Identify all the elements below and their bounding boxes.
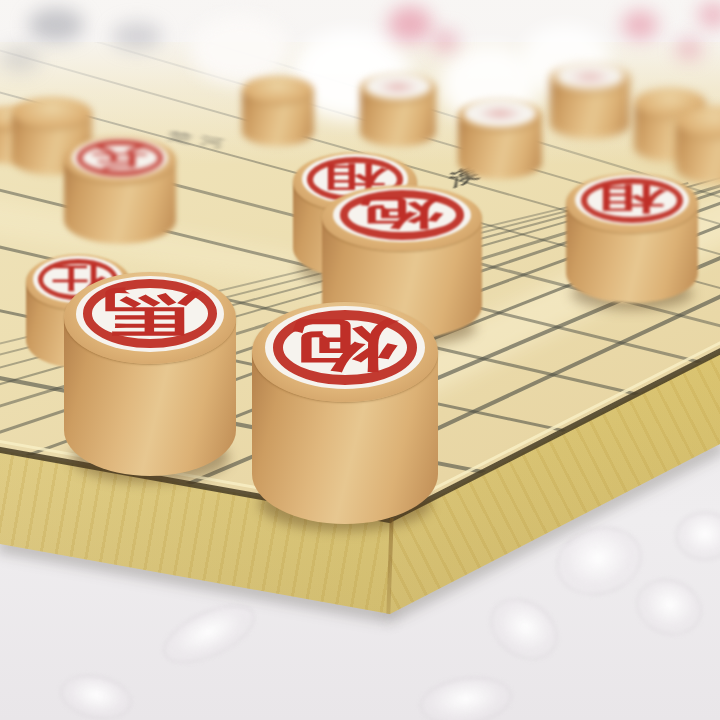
piece-label: 炮 bbox=[265, 306, 425, 389]
piece-top: 馬 bbox=[64, 272, 236, 364]
flower-pink bbox=[388, 6, 432, 42]
flower-pink bbox=[622, 10, 658, 40]
xiangqi-piece-far[interactable] bbox=[458, 99, 542, 179]
piece-top: 相 bbox=[566, 173, 698, 233]
piece-character: 兵 bbox=[92, 145, 148, 169]
piece-top bbox=[360, 73, 436, 103]
piece-top: 炮 bbox=[252, 302, 438, 402]
xiangqi-piece-far[interactable] bbox=[242, 76, 314, 146]
piece-top: 炮 bbox=[322, 185, 482, 251]
flower-emboss bbox=[676, 512, 720, 560]
cloth-pattern-gray bbox=[28, 8, 84, 42]
flower-pink bbox=[698, 2, 720, 28]
blurred-character bbox=[477, 105, 523, 122]
piece-top bbox=[12, 97, 92, 129]
xiangqi-piece-cannon-front[interactable]: 炮 bbox=[252, 302, 438, 524]
piece-label bbox=[556, 64, 625, 89]
piece-label bbox=[365, 74, 430, 99]
piece-character: 馬 bbox=[102, 286, 198, 337]
piece-top bbox=[242, 76, 314, 104]
xiangqi-piece-far[interactable] bbox=[360, 73, 436, 147]
piece-character: 炮 bbox=[293, 317, 397, 373]
flower-emboss bbox=[479, 586, 569, 672]
piece-label bbox=[464, 100, 536, 127]
xiangqi-photo-scene: 漢界 楚河 bbox=[0, 0, 720, 720]
piece-top bbox=[458, 99, 542, 131]
piece-label: 相 bbox=[575, 175, 689, 225]
river-inscription-chuhe: 楚河 bbox=[167, 127, 233, 153]
xiangqi-piece-horse[interactable]: 馬 bbox=[64, 272, 236, 476]
xiangqi-piece-elephant[interactable]: 相 bbox=[566, 173, 698, 303]
piece-top: 兵 bbox=[64, 136, 176, 184]
blurred-character bbox=[377, 79, 419, 95]
xiangqi-piece-far[interactable] bbox=[550, 63, 630, 139]
flower-emboss bbox=[155, 593, 262, 674]
blurred-character bbox=[568, 69, 612, 85]
piece-top bbox=[550, 63, 630, 93]
flower-emboss bbox=[629, 570, 709, 643]
piece-character: 相 bbox=[598, 184, 666, 215]
xiangqi-piece-soldier[interactable]: 兵 bbox=[64, 136, 176, 244]
flower-emboss bbox=[56, 669, 135, 720]
piece-label: 兵 bbox=[72, 138, 168, 178]
piece-label: 馬 bbox=[76, 276, 224, 352]
flower-emboss bbox=[417, 672, 515, 720]
piece-character: 炮 bbox=[361, 197, 443, 231]
piece-label: 炮 bbox=[333, 188, 471, 243]
